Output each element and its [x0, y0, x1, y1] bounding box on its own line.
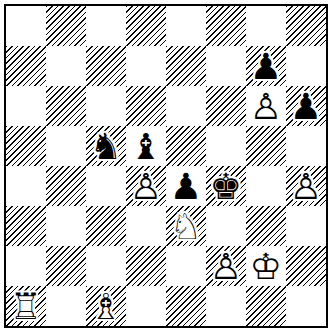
square-g1[interactable]	[246, 286, 286, 326]
square-e8[interactable]	[166, 6, 206, 46]
square-c1[interactable]: ♝♗	[86, 286, 126, 326]
square-h7[interactable]	[286, 46, 326, 86]
square-f8[interactable]	[206, 6, 246, 46]
piece-glyph: ♞	[86, 126, 126, 166]
square-h2[interactable]	[286, 246, 326, 286]
piece-glyph: ♙	[206, 246, 246, 286]
square-a4[interactable]	[6, 166, 46, 206]
chess-diagram: ♟♟♙♟♞♝♟♙♟♚♟♙♞♘♟♙♚♔♜♖♝♗	[0, 0, 332, 332]
square-b6[interactable]	[46, 86, 86, 126]
square-f2[interactable]: ♟♙	[206, 246, 246, 286]
black-knight-c5[interactable]: ♞	[86, 126, 126, 166]
piece-glyph: ♗	[86, 286, 126, 326]
square-e1[interactable]	[166, 286, 206, 326]
piece-glyph: ♙	[286, 166, 326, 206]
white-knight-e3[interactable]: ♞♘	[166, 206, 206, 246]
piece-glyph: ♝	[126, 126, 166, 166]
square-a5[interactable]	[6, 126, 46, 166]
square-d1[interactable]	[126, 286, 166, 326]
black-king-f4[interactable]: ♚	[206, 166, 246, 206]
piece-glyph: ♘	[166, 206, 206, 246]
square-b8[interactable]	[46, 6, 86, 46]
square-g3[interactable]	[246, 206, 286, 246]
piece-glyph: ♚	[206, 166, 246, 206]
square-e6[interactable]	[166, 86, 206, 126]
white-pawn-d4[interactable]: ♟♙	[126, 166, 166, 206]
white-pawn-f2[interactable]: ♟♙	[206, 246, 246, 286]
square-a8[interactable]	[6, 6, 46, 46]
square-e4[interactable]: ♟	[166, 166, 206, 206]
square-d8[interactable]	[126, 6, 166, 46]
square-c7[interactable]	[86, 46, 126, 86]
piece-glyph: ♙	[126, 166, 166, 206]
square-h5[interactable]	[286, 126, 326, 166]
square-f4[interactable]: ♚	[206, 166, 246, 206]
square-f5[interactable]	[206, 126, 246, 166]
square-c6[interactable]	[86, 86, 126, 126]
square-h4[interactable]: ♟♙	[286, 166, 326, 206]
square-g4[interactable]	[246, 166, 286, 206]
black-bishop-d5[interactable]: ♝	[126, 126, 166, 166]
square-b7[interactable]	[46, 46, 86, 86]
piece-glyph: ♟	[246, 46, 286, 86]
white-bishop-c1[interactable]: ♝♗	[86, 286, 126, 326]
black-pawn-e4[interactable]: ♟	[166, 166, 206, 206]
piece-glyph: ♟	[166, 166, 206, 206]
square-g8[interactable]	[246, 6, 286, 46]
square-g7[interactable]: ♟	[246, 46, 286, 86]
black-pawn-g7[interactable]: ♟	[246, 46, 286, 86]
square-f6[interactable]	[206, 86, 246, 126]
square-c4[interactable]	[86, 166, 126, 206]
square-a7[interactable]	[6, 46, 46, 86]
piece-glyph: ♖	[6, 286, 46, 326]
square-d4[interactable]: ♟♙	[126, 166, 166, 206]
square-g6[interactable]: ♟♙	[246, 86, 286, 126]
square-h3[interactable]	[286, 206, 326, 246]
square-e7[interactable]	[166, 46, 206, 86]
square-b1[interactable]	[46, 286, 86, 326]
chess-board: ♟♟♙♟♞♝♟♙♟♚♟♙♞♘♟♙♚♔♜♖♝♗	[6, 6, 326, 326]
square-g5[interactable]	[246, 126, 286, 166]
square-g2[interactable]: ♚♔	[246, 246, 286, 286]
square-b3[interactable]	[46, 206, 86, 246]
square-h6[interactable]: ♟	[286, 86, 326, 126]
white-pawn-h4[interactable]: ♟♙	[286, 166, 326, 206]
white-rook-a1[interactable]: ♜♖	[6, 286, 46, 326]
square-d3[interactable]	[126, 206, 166, 246]
square-h8[interactable]	[286, 6, 326, 46]
square-d6[interactable]	[126, 86, 166, 126]
square-c3[interactable]	[86, 206, 126, 246]
piece-glyph: ♙	[246, 86, 286, 126]
square-b5[interactable]	[46, 126, 86, 166]
square-d7[interactable]	[126, 46, 166, 86]
square-c5[interactable]: ♞	[86, 126, 126, 166]
square-e3[interactable]: ♞♘	[166, 206, 206, 246]
square-a2[interactable]	[6, 246, 46, 286]
piece-glyph: ♔	[246, 246, 286, 286]
black-pawn-h6[interactable]: ♟	[286, 86, 326, 126]
square-d2[interactable]	[126, 246, 166, 286]
square-h1[interactable]	[286, 286, 326, 326]
piece-glyph: ♟	[286, 86, 326, 126]
white-pawn-g6[interactable]: ♟♙	[246, 86, 286, 126]
square-f7[interactable]	[206, 46, 246, 86]
square-a6[interactable]	[6, 86, 46, 126]
square-e5[interactable]	[166, 126, 206, 166]
square-c8[interactable]	[86, 6, 126, 46]
white-king-g2[interactable]: ♚♔	[246, 246, 286, 286]
square-f3[interactable]	[206, 206, 246, 246]
square-e2[interactable]	[166, 246, 206, 286]
square-a1[interactable]: ♜♖	[6, 286, 46, 326]
square-b4[interactable]	[46, 166, 86, 206]
square-c2[interactable]	[86, 246, 126, 286]
square-a3[interactable]	[6, 206, 46, 246]
square-f1[interactable]	[206, 286, 246, 326]
square-b2[interactable]	[46, 246, 86, 286]
square-d5[interactable]: ♝	[126, 126, 166, 166]
